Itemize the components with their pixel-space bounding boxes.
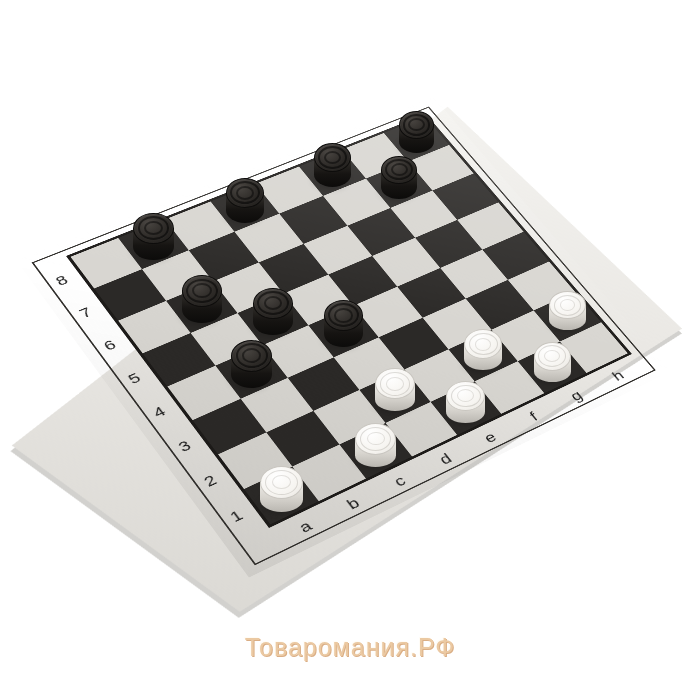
board-sheet: 87654321 abcdefgh xyxy=(0,73,700,689)
watermark-logo: Товаромания.РФ xyxy=(0,633,700,662)
product-photo: 87654321 abcdefgh Товаромания.РФ xyxy=(0,0,700,700)
